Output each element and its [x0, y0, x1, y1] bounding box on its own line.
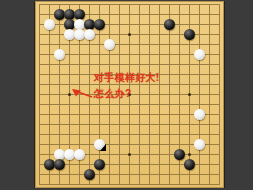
- grid-cell: [70, 105, 80, 115]
- grid-cell: [160, 105, 170, 115]
- grid-cell: [70, 45, 80, 55]
- grid-cell: [60, 125, 70, 135]
- grid-cell: [110, 125, 120, 135]
- grid-cell: [60, 95, 70, 105]
- grid-cell: [60, 75, 70, 85]
- grid-cell: [130, 85, 140, 95]
- grid-cell: [170, 75, 180, 85]
- grid-cell: [160, 5, 170, 15]
- grid-cell: [130, 145, 140, 155]
- white-stone: [74, 149, 85, 160]
- grid-cell: [120, 175, 130, 185]
- grid-cell: [140, 95, 150, 105]
- grid-cell: [140, 155, 150, 165]
- go-board[interactable]: 对手模样好大!怎么办?: [35, 1, 224, 188]
- grid-cell: [200, 175, 210, 185]
- grid-cell: [120, 135, 130, 145]
- grid-cell: [150, 175, 160, 185]
- grid-cell: [60, 135, 70, 145]
- grid-cell: [160, 175, 170, 185]
- grid-cell: [180, 45, 190, 55]
- grid-cell: [70, 115, 80, 125]
- grid-cell: [140, 135, 150, 145]
- grid-cell: [140, 175, 150, 185]
- grid-cell: [210, 145, 220, 155]
- grid-cell: [210, 35, 220, 45]
- grid-cell: [200, 125, 210, 135]
- grid-cell: [160, 115, 170, 125]
- grid-cell: [150, 145, 160, 155]
- grid-cell: [50, 115, 60, 125]
- grid-cell: [150, 5, 160, 15]
- grid-cell: [80, 105, 90, 115]
- grid-cell: [180, 5, 190, 15]
- grid-cell: [110, 55, 120, 65]
- grid-cell: [50, 75, 60, 85]
- grid-cell: [40, 115, 50, 125]
- grid-cell: [130, 105, 140, 115]
- grid-cell: [160, 65, 170, 75]
- grid-cell: [50, 95, 60, 105]
- grid-cell: [40, 45, 50, 55]
- grid-cell: [50, 135, 60, 145]
- grid-cell: [140, 5, 150, 15]
- grid-cell: [100, 55, 110, 65]
- grid-cell: [160, 85, 170, 95]
- grid-cell: [160, 95, 170, 105]
- grid-cell: [210, 5, 220, 15]
- grid-cell: [160, 155, 170, 165]
- grid-cell: [150, 55, 160, 65]
- grid-cell: [110, 115, 120, 125]
- grid-cell: [80, 125, 90, 135]
- grid-cell: [70, 125, 80, 135]
- grid-cell: [190, 65, 200, 75]
- grid-cell: [170, 125, 180, 135]
- grid-cell: [130, 125, 140, 135]
- grid-cell: [210, 135, 220, 145]
- grid-cell: [90, 45, 100, 55]
- grid-cell: [110, 165, 120, 175]
- annotation-line-1: 对手模样好大!: [94, 72, 159, 83]
- grid-cell: [90, 105, 100, 115]
- grid-cell: [50, 175, 60, 185]
- grid-cell: [190, 75, 200, 85]
- grid-cell: [200, 35, 210, 45]
- grid-cell: [180, 95, 190, 105]
- grid-cell: [170, 95, 180, 105]
- white-stone: [44, 19, 55, 30]
- grid-cell: [90, 55, 100, 65]
- black-stone: [94, 19, 105, 30]
- grid-cell: [140, 85, 150, 95]
- grid-cell: [210, 115, 220, 125]
- grid-cell: [150, 115, 160, 125]
- black-stone: [164, 19, 175, 30]
- grid-cell: [130, 25, 140, 35]
- grid-cell: [120, 115, 130, 125]
- grid-cell: [170, 135, 180, 145]
- grid-cell: [40, 105, 50, 115]
- white-stone: [194, 49, 205, 60]
- grid-cell: [150, 155, 160, 165]
- star-point: [188, 93, 191, 96]
- grid-cell: [90, 5, 100, 15]
- grid-cell: [200, 155, 210, 165]
- grid-cell: [120, 165, 130, 175]
- grid-cell: [90, 115, 100, 125]
- grid-cell: [150, 165, 160, 175]
- grid-cell: [170, 115, 180, 125]
- grid-cell: [150, 95, 160, 105]
- grid-cell: [130, 15, 140, 25]
- grid-cell: [140, 125, 150, 135]
- grid-cell: [170, 105, 180, 115]
- grid-cell: [150, 85, 160, 95]
- grid-cell: [50, 105, 60, 115]
- grid-cell: [170, 65, 180, 75]
- grid-cell: [40, 145, 50, 155]
- grid-cell: [160, 75, 170, 85]
- grid-cell: [160, 135, 170, 145]
- grid-cell: [100, 125, 110, 135]
- grid-cell: [190, 15, 200, 25]
- white-stone: [104, 39, 115, 50]
- grid-cell: [50, 35, 60, 45]
- grid-cell: [40, 35, 50, 45]
- grid-cell: [110, 15, 120, 25]
- grid-cell: [200, 85, 210, 95]
- grid-cell: [180, 65, 190, 75]
- grid-cell: [140, 105, 150, 115]
- grid-cell: [140, 45, 150, 55]
- grid-cell: [210, 25, 220, 35]
- grid-cell: [60, 65, 70, 75]
- grid-cell: [80, 55, 90, 65]
- grid-cell: [130, 95, 140, 105]
- grid-cell: [170, 85, 180, 95]
- annotation-line-2: 怎么办?: [94, 88, 131, 99]
- grid-cell: [110, 175, 120, 185]
- grid-cell: [50, 65, 60, 75]
- grid-cell: [180, 55, 190, 65]
- star-point: [188, 153, 191, 156]
- grid-cell: [150, 105, 160, 115]
- grid-cell: [210, 55, 220, 65]
- grid-cell: [170, 35, 180, 45]
- grid-cell: [130, 165, 140, 175]
- black-stone: [184, 29, 195, 40]
- grid-cell: [40, 85, 50, 95]
- black-stone: [174, 149, 185, 160]
- grid-cell: [40, 175, 50, 185]
- grid-cell: [70, 175, 80, 185]
- grid-cell: [80, 135, 90, 145]
- grid-cell: [190, 175, 200, 185]
- grid-cell: [110, 155, 120, 165]
- grid-cell: [200, 15, 210, 25]
- black-stone: [54, 159, 65, 170]
- grid-cell: [50, 125, 60, 135]
- grid-cell: [130, 155, 140, 165]
- grid-cell: [180, 115, 190, 125]
- grid-cell: [210, 75, 220, 85]
- grid-cell: [210, 15, 220, 25]
- grid-cell: [210, 85, 220, 95]
- grid-cell: [200, 75, 210, 85]
- grid-cell: [210, 165, 220, 175]
- grid-cell: [100, 115, 110, 125]
- grid-cell: [210, 45, 220, 55]
- white-stone: [54, 49, 65, 60]
- grid-cell: [130, 115, 140, 125]
- grid-cell: [130, 35, 140, 45]
- grid-cell: [130, 45, 140, 55]
- grid-cell: [180, 75, 190, 85]
- grid-cell: [40, 75, 50, 85]
- grid-cell: [150, 125, 160, 135]
- grid-cell: [150, 15, 160, 25]
- grid-cell: [210, 175, 220, 185]
- grid-cell: [140, 145, 150, 155]
- white-stone: [84, 29, 95, 40]
- grid-cell: [70, 55, 80, 65]
- grid-cell: [140, 25, 150, 35]
- arrow-icon: [71, 87, 95, 100]
- grid-cell: [120, 125, 130, 135]
- white-stone-last-move: [94, 139, 105, 150]
- grid-cell: [40, 5, 50, 15]
- grid-cell: [180, 175, 190, 185]
- star-point: [128, 33, 131, 36]
- grid-cell: [180, 105, 190, 115]
- grid-cell: [160, 35, 170, 45]
- grid-cell: [160, 165, 170, 175]
- grid-cell: [80, 45, 90, 55]
- grid-cell: [170, 55, 180, 65]
- grid-cell: [150, 135, 160, 145]
- grid-cell: [170, 45, 180, 55]
- grid-cell: [130, 135, 140, 145]
- grid-cell: [150, 45, 160, 55]
- grid-cell: [200, 165, 210, 175]
- grid-cell: [140, 15, 150, 25]
- grid-cell: [90, 125, 100, 135]
- grid-cell: [120, 15, 130, 25]
- grid-cell: [110, 135, 120, 145]
- grid-cell: [140, 35, 150, 45]
- grid-cell: [130, 5, 140, 15]
- grid-cell: [200, 5, 210, 15]
- grid-cell: [110, 145, 120, 155]
- grid-cell: [190, 5, 200, 15]
- grid-cell: [50, 85, 60, 95]
- white-stone: [194, 139, 205, 150]
- grid-cell: [80, 115, 90, 125]
- grid-cell: [70, 75, 80, 85]
- black-stone: [94, 159, 105, 170]
- grid-cell: [190, 125, 200, 135]
- grid-cell: [200, 95, 210, 105]
- grid-cell: [40, 95, 50, 105]
- grid-cell: [120, 5, 130, 15]
- grid-cell: [70, 165, 80, 175]
- grid-cell: [210, 155, 220, 165]
- grid-cell: [190, 85, 200, 95]
- grid-cell: [180, 125, 190, 135]
- grid-cell: [40, 65, 50, 75]
- grid-cell: [160, 45, 170, 55]
- grid-cell: [120, 55, 130, 65]
- grid-cell: [210, 95, 220, 105]
- grid-cell: [200, 65, 210, 75]
- grid-cell: [160, 55, 170, 65]
- grid-cell: [100, 175, 110, 185]
- grid-cell: [120, 105, 130, 115]
- grid-cell: [210, 125, 220, 135]
- grid-cell: [60, 175, 70, 185]
- grid-cell: [60, 105, 70, 115]
- grid-cell: [80, 75, 90, 85]
- grid-cell: [130, 175, 140, 185]
- grid-cell: [60, 115, 70, 125]
- grid-cell: [200, 25, 210, 35]
- grid-cell: [210, 65, 220, 75]
- grid-cell: [140, 55, 150, 65]
- grid-cell: [130, 55, 140, 65]
- grid-cell: [40, 125, 50, 135]
- grid-cell: [180, 15, 190, 25]
- grid-cell: [140, 115, 150, 125]
- grid-cell: [190, 95, 200, 105]
- black-stone: [84, 169, 95, 180]
- grid-cell: [100, 105, 110, 115]
- grid-cell: [140, 165, 150, 175]
- grid-cell: [180, 135, 190, 145]
- screen: 对手模样好大!怎么办?: [0, 0, 253, 190]
- grid-cell: [210, 105, 220, 115]
- grid-cell: [120, 155, 130, 165]
- grid-cell: [150, 25, 160, 35]
- grid-cell: [40, 135, 50, 145]
- grid-cell: [170, 175, 180, 185]
- grid-cell: [160, 125, 170, 135]
- grid-cell: [170, 5, 180, 15]
- star-point: [128, 153, 131, 156]
- grid-cell: [100, 5, 110, 15]
- grid-cell: [110, 5, 120, 15]
- grid-cell: [120, 35, 130, 45]
- black-stone: [184, 159, 195, 170]
- grid-cell: [150, 35, 160, 45]
- grid-cell: [110, 105, 120, 115]
- grid-cell: [70, 65, 80, 75]
- grid-cell: [120, 45, 130, 55]
- grid-cell: [110, 25, 120, 35]
- grid-cell: [80, 65, 90, 75]
- grid-cell: [170, 165, 180, 175]
- grid-cell: [40, 55, 50, 65]
- grid-cell: [160, 145, 170, 155]
- white-stone: [194, 109, 205, 120]
- grid-cell: [70, 135, 80, 145]
